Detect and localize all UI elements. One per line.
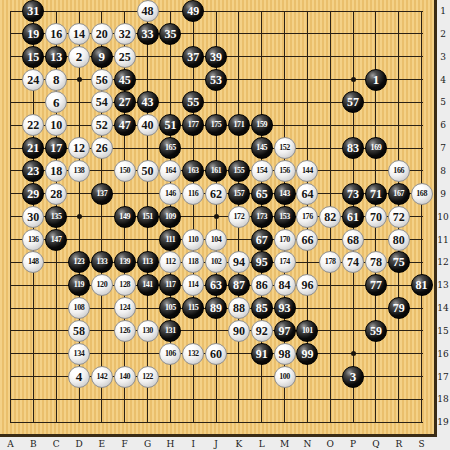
- move-number: 39: [210, 50, 222, 62]
- move-number: 144: [302, 166, 313, 174]
- move-number: 123: [74, 258, 85, 266]
- move-number: 56: [96, 73, 108, 85]
- move-number: 135: [51, 212, 62, 220]
- star-point: [351, 351, 356, 356]
- stone-e3[interactable]: 9: [91, 46, 113, 68]
- move-number: 118: [188, 258, 198, 266]
- move-number: 14: [73, 27, 85, 39]
- stone-j13[interactable]: 63: [205, 274, 227, 296]
- move-number: 170: [279, 235, 290, 243]
- stone-i14[interactable]: 115: [182, 297, 204, 319]
- stone-l15[interactable]: 92: [251, 320, 273, 342]
- stone-e12[interactable]: 133: [91, 251, 113, 273]
- move-number: 157: [233, 189, 244, 197]
- stone-l9[interactable]: 65: [251, 183, 273, 205]
- stone-f2[interactable]: 32: [114, 23, 136, 45]
- move-number: 172: [233, 212, 244, 220]
- stone-m17[interactable]: 100: [274, 366, 296, 388]
- stone-n8[interactable]: 144: [296, 160, 318, 182]
- stone-e6[interactable]: 52: [91, 114, 113, 136]
- move-number: 164: [165, 166, 176, 174]
- move-number: 43: [142, 96, 154, 108]
- move-number: 165: [165, 144, 176, 152]
- stone-i6[interactable]: 177: [182, 114, 204, 136]
- stone-f3[interactable]: 25: [114, 46, 136, 68]
- move-number: 124: [119, 304, 130, 312]
- grid-line-vertical: [421, 11, 422, 423]
- stone-q12[interactable]: 78: [365, 251, 387, 273]
- move-number: 24: [27, 73, 39, 85]
- row-label-11: 11: [437, 234, 449, 245]
- stone-e7[interactable]: 26: [91, 137, 113, 159]
- stone-f4[interactable]: 45: [114, 69, 136, 91]
- move-number: 35: [164, 27, 176, 39]
- move-number: 67: [256, 233, 268, 245]
- move-number: 91: [256, 347, 268, 359]
- stone-g13[interactable]: 141: [137, 274, 159, 296]
- stone-l14[interactable]: 85: [251, 297, 273, 319]
- stone-c9[interactable]: 28: [45, 183, 67, 205]
- move-number: 18: [50, 164, 62, 176]
- move-number: 40: [142, 119, 154, 131]
- stone-n9[interactable]: 64: [296, 183, 318, 205]
- stone-n16[interactable]: 99: [296, 343, 318, 365]
- move-number: 111: [165, 235, 175, 243]
- row-label-16: 16: [437, 348, 449, 359]
- stone-m8[interactable]: 156: [274, 160, 296, 182]
- row-label-12: 12: [437, 257, 449, 268]
- stone-i9[interactable]: 116: [182, 183, 204, 205]
- move-number: 131: [165, 326, 176, 334]
- stone-i11[interactable]: 110: [182, 229, 204, 251]
- move-number: 174: [279, 258, 290, 266]
- stone-b4[interactable]: 24: [22, 69, 44, 91]
- stone-n13[interactable]: 96: [296, 274, 318, 296]
- stone-j14[interactable]: 89: [205, 297, 227, 319]
- move-number: 17: [50, 142, 62, 154]
- move-number: 167: [393, 189, 404, 197]
- stone-i1[interactable]: 49: [182, 0, 204, 22]
- stone-q4[interactable]: 1: [365, 69, 387, 91]
- stone-c7[interactable]: 17: [45, 137, 67, 159]
- move-number: 80: [393, 233, 405, 245]
- move-number: 177: [188, 121, 199, 129]
- stone-b10[interactable]: 30: [22, 206, 44, 228]
- move-number: 49: [187, 5, 199, 17]
- move-number: 47: [119, 119, 131, 131]
- move-number: 132: [188, 349, 199, 357]
- stone-b7[interactable]: 21: [22, 137, 44, 159]
- stone-f15[interactable]: 126: [114, 320, 136, 342]
- move-number: 114: [188, 281, 198, 289]
- stone-j16[interactable]: 60: [205, 343, 227, 365]
- stone-c5[interactable]: 6: [45, 91, 67, 113]
- stone-d15[interactable]: 58: [68, 320, 90, 342]
- go-diagram: 3148491916142032333515132925373924856455…: [0, 0, 450, 450]
- stone-k9[interactable]: 157: [228, 183, 250, 205]
- move-number: 93: [279, 302, 291, 314]
- move-number: 159: [256, 121, 267, 129]
- stone-r12[interactable]: 75: [388, 251, 410, 273]
- row-label-6: 6: [437, 120, 449, 131]
- stone-b12[interactable]: 148: [22, 251, 44, 273]
- move-number: 28: [50, 187, 62, 199]
- move-number: 8: [53, 73, 60, 86]
- stone-k10[interactable]: 172: [228, 206, 250, 228]
- move-number: 136: [28, 235, 39, 243]
- row-label-7: 7: [437, 143, 449, 154]
- stone-j12[interactable]: 102: [205, 251, 227, 273]
- move-number: 57: [347, 96, 359, 108]
- move-number: 20: [96, 27, 108, 39]
- move-number: 21: [27, 142, 39, 154]
- move-number: 54: [96, 96, 108, 108]
- move-number: 100: [279, 372, 290, 380]
- column-label-j: J: [210, 439, 222, 450]
- stone-j11[interactable]: 104: [205, 229, 227, 251]
- stone-c8[interactable]: 18: [45, 160, 67, 182]
- row-label-8: 8: [437, 165, 449, 176]
- stone-h8[interactable]: 164: [159, 160, 181, 182]
- stone-h15[interactable]: 131: [159, 320, 181, 342]
- grid-line-horizontal: [11, 422, 423, 423]
- move-number: 175: [211, 121, 222, 129]
- stone-h6[interactable]: 51: [159, 114, 181, 136]
- move-number: 171: [233, 121, 244, 129]
- stone-q15[interactable]: 59: [365, 320, 387, 342]
- right-coordinate-strip: [437, 0, 450, 450]
- row-label-14: 14: [437, 303, 449, 314]
- stone-i12[interactable]: 118: [182, 251, 204, 273]
- row-label-9: 9: [437, 188, 449, 199]
- stone-l16[interactable]: 91: [251, 343, 273, 365]
- row-label-19: 19: [437, 417, 449, 428]
- stone-k12[interactable]: 94: [228, 251, 250, 273]
- stone-m13[interactable]: 84: [274, 274, 296, 296]
- move-number: 95: [256, 256, 268, 268]
- stone-h11[interactable]: 111: [159, 229, 181, 251]
- move-number: 32: [119, 27, 131, 39]
- stone-m9[interactable]: 143: [274, 183, 296, 205]
- move-number: 81: [416, 279, 428, 291]
- stone-q13[interactable]: 77: [365, 274, 387, 296]
- row-label-2: 2: [437, 28, 449, 39]
- stone-b11[interactable]: 136: [22, 229, 44, 251]
- move-number: 110: [188, 235, 198, 243]
- stone-g5[interactable]: 43: [137, 91, 159, 113]
- move-number: 68: [347, 233, 359, 245]
- star-point: [77, 214, 82, 219]
- stone-c11[interactable]: 147: [45, 229, 67, 251]
- stone-n10[interactable]: 176: [296, 206, 318, 228]
- move-number: 147: [51, 235, 62, 243]
- stone-r11[interactable]: 80: [388, 229, 410, 251]
- stone-k6[interactable]: 171: [228, 114, 250, 136]
- stone-j3[interactable]: 39: [205, 46, 227, 68]
- star-point: [214, 214, 219, 219]
- move-number: 102: [211, 258, 222, 266]
- move-number: 176: [302, 212, 313, 220]
- stone-n15[interactable]: 101: [296, 320, 318, 342]
- move-number: 116: [188, 189, 198, 197]
- stone-h10[interactable]: 109: [159, 206, 181, 228]
- move-number: 119: [74, 281, 84, 289]
- stone-m12[interactable]: 174: [274, 251, 296, 273]
- stone-d12[interactable]: 123: [68, 251, 90, 273]
- stone-l8[interactable]: 154: [251, 160, 273, 182]
- stone-d8[interactable]: 138: [68, 160, 90, 182]
- stone-p9[interactable]: 73: [342, 183, 364, 205]
- stone-e17[interactable]: 142: [91, 366, 113, 388]
- stone-c3[interactable]: 13: [45, 46, 67, 68]
- move-number: 126: [119, 326, 130, 334]
- stone-f12[interactable]: 139: [114, 251, 136, 273]
- stone-o12[interactable]: 178: [319, 251, 341, 273]
- move-number: 82: [324, 210, 336, 222]
- stone-j9[interactable]: 62: [205, 183, 227, 205]
- move-number: 106: [165, 349, 176, 357]
- move-number: 138: [74, 166, 85, 174]
- stone-k8[interactable]: 155: [228, 160, 250, 182]
- grid-line-horizontal: [11, 11, 423, 12]
- go-board[interactable]: 3148491916142032333515132925373924856455…: [0, 0, 437, 437]
- stone-b6[interactable]: 22: [22, 114, 44, 136]
- move-number: 151: [142, 212, 153, 220]
- stone-q10[interactable]: 70: [365, 206, 387, 228]
- move-number: 75: [393, 256, 405, 268]
- stone-j4[interactable]: 53: [205, 69, 227, 91]
- move-number: 72: [393, 210, 405, 222]
- stone-p7[interactable]: 83: [342, 137, 364, 159]
- stone-d14[interactable]: 108: [68, 297, 90, 319]
- move-number: 154: [256, 166, 267, 174]
- stone-b1[interactable]: 31: [22, 0, 44, 22]
- stone-q9[interactable]: 71: [365, 183, 387, 205]
- stone-m7[interactable]: 152: [274, 137, 296, 159]
- stone-f10[interactable]: 149: [114, 206, 136, 228]
- move-number: 150: [119, 166, 130, 174]
- move-number: 79: [393, 302, 405, 314]
- stone-s9[interactable]: 168: [411, 183, 433, 205]
- stone-e13[interactable]: 120: [91, 274, 113, 296]
- stone-r14[interactable]: 79: [388, 297, 410, 319]
- stone-i5[interactable]: 55: [182, 91, 204, 113]
- stone-i3[interactable]: 37: [182, 46, 204, 68]
- stone-l11[interactable]: 67: [251, 229, 273, 251]
- move-number: 23: [27, 164, 39, 176]
- stone-c10[interactable]: 135: [45, 206, 67, 228]
- move-number: 83: [347, 142, 359, 154]
- move-number: 27: [119, 96, 131, 108]
- column-label-c: C: [50, 439, 62, 450]
- stone-l6[interactable]: 159: [251, 114, 273, 136]
- stone-g12[interactable]: 113: [137, 251, 159, 273]
- move-number: 155: [233, 166, 244, 174]
- move-number: 53: [210, 73, 222, 85]
- stone-p11[interactable]: 68: [342, 229, 364, 251]
- move-number: 92: [256, 324, 268, 336]
- stone-c4[interactable]: 8: [45, 69, 67, 91]
- stone-m11[interactable]: 170: [274, 229, 296, 251]
- stone-f17[interactable]: 140: [114, 366, 136, 388]
- stone-e2[interactable]: 20: [91, 23, 113, 45]
- row-label-18: 18: [437, 394, 449, 405]
- move-number: 173: [256, 212, 267, 220]
- move-number: 140: [119, 372, 130, 380]
- stone-p12[interactable]: 74: [342, 251, 364, 273]
- stone-c6[interactable]: 10: [45, 114, 67, 136]
- column-label-q: Q: [370, 439, 382, 450]
- stone-s13[interactable]: 81: [411, 274, 433, 296]
- column-label-p: P: [347, 439, 359, 450]
- stone-f5[interactable]: 27: [114, 91, 136, 113]
- move-number: 153: [279, 212, 290, 220]
- stone-d16[interactable]: 134: [68, 343, 90, 365]
- move-number: 10: [50, 119, 62, 131]
- move-number: 161: [211, 166, 222, 174]
- stone-g2[interactable]: 33: [137, 23, 159, 45]
- stone-o10[interactable]: 82: [319, 206, 341, 228]
- stone-h16[interactable]: 106: [159, 343, 181, 365]
- stone-g15[interactable]: 130: [137, 320, 159, 342]
- stone-j6[interactable]: 175: [205, 114, 227, 136]
- stone-r8[interactable]: 166: [388, 160, 410, 182]
- stone-m14[interactable]: 93: [274, 297, 296, 319]
- stone-d7[interactable]: 12: [68, 137, 90, 159]
- move-number: 104: [211, 235, 222, 243]
- stone-i8[interactable]: 163: [182, 160, 204, 182]
- move-number: 65: [256, 187, 268, 199]
- move-number: 6: [53, 95, 60, 108]
- stone-g17[interactable]: 122: [137, 366, 159, 388]
- move-number: 134: [74, 349, 85, 357]
- stone-e4[interactable]: 56: [91, 69, 113, 91]
- column-label-l: L: [256, 439, 268, 450]
- move-number: 61: [347, 210, 359, 222]
- move-number: 88: [233, 302, 245, 314]
- stone-h14[interactable]: 105: [159, 297, 181, 319]
- stone-r9[interactable]: 167: [388, 183, 410, 205]
- move-number: 25: [119, 50, 131, 62]
- stone-f13[interactable]: 128: [114, 274, 136, 296]
- stone-l13[interactable]: 86: [251, 274, 273, 296]
- stone-i13[interactable]: 114: [182, 274, 204, 296]
- move-number: 3: [350, 370, 357, 383]
- stone-b3[interactable]: 15: [22, 46, 44, 68]
- column-label-g: G: [142, 439, 154, 450]
- stone-p5[interactable]: 57: [342, 91, 364, 113]
- stone-h13[interactable]: 117: [159, 274, 181, 296]
- move-number: 77: [370, 279, 382, 291]
- move-number: 55: [187, 96, 199, 108]
- stone-k14[interactable]: 88: [228, 297, 250, 319]
- move-number: 139: [119, 258, 130, 266]
- move-number: 109: [165, 212, 176, 220]
- row-label-15: 15: [437, 325, 449, 336]
- move-number: 45: [119, 73, 131, 85]
- move-number: 120: [96, 281, 107, 289]
- stone-d13[interactable]: 119: [68, 274, 90, 296]
- stone-h12[interactable]: 112: [159, 251, 181, 273]
- stone-k15[interactable]: 90: [228, 320, 250, 342]
- stone-p17[interactable]: 3: [342, 366, 364, 388]
- column-label-s: S: [416, 439, 428, 450]
- move-number: 64: [301, 187, 313, 199]
- move-number: 168: [416, 189, 427, 197]
- stone-f8[interactable]: 150: [114, 160, 136, 182]
- stone-h7[interactable]: 165: [159, 137, 181, 159]
- stone-j8[interactable]: 161: [205, 160, 227, 182]
- stone-l12[interactable]: 95: [251, 251, 273, 273]
- move-number: 84: [279, 279, 291, 291]
- stone-q7[interactable]: 169: [365, 137, 387, 159]
- column-label-h: H: [164, 439, 176, 450]
- move-number: 62: [210, 187, 222, 199]
- stone-g8[interactable]: 50: [137, 160, 159, 182]
- stone-m16[interactable]: 98: [274, 343, 296, 365]
- stone-k13[interactable]: 87: [228, 274, 250, 296]
- move-number: 58: [73, 324, 85, 336]
- stone-g10[interactable]: 151: [137, 206, 159, 228]
- move-number: 89: [210, 302, 222, 314]
- stone-n11[interactable]: 66: [296, 229, 318, 251]
- stone-d2[interactable]: 14: [68, 23, 90, 45]
- stone-p10[interactable]: 61: [342, 206, 364, 228]
- move-number: 2: [76, 50, 83, 63]
- move-number: 31: [27, 5, 39, 17]
- stone-l10[interactable]: 173: [251, 206, 273, 228]
- move-number: 163: [188, 166, 199, 174]
- row-label-13: 13: [437, 280, 449, 291]
- stone-g6[interactable]: 40: [137, 114, 159, 136]
- stone-i16[interactable]: 132: [182, 343, 204, 365]
- move-number: 51: [164, 119, 176, 131]
- stone-e9[interactable]: 137: [91, 183, 113, 205]
- move-number: 37: [187, 50, 199, 62]
- stone-b9[interactable]: 29: [22, 183, 44, 205]
- row-label-5: 5: [437, 97, 449, 108]
- move-number: 86: [256, 279, 268, 291]
- move-number: 99: [301, 347, 313, 359]
- stone-f14[interactable]: 124: [114, 297, 136, 319]
- stone-f6[interactable]: 47: [114, 114, 136, 136]
- stone-g1[interactable]: 48: [137, 0, 159, 22]
- move-number: 4: [76, 370, 83, 383]
- stone-m10[interactable]: 153: [274, 206, 296, 228]
- column-label-r: R: [393, 439, 405, 450]
- stone-e5[interactable]: 54: [91, 91, 113, 113]
- move-number: 94: [233, 256, 245, 268]
- stone-d17[interactable]: 4: [68, 366, 90, 388]
- stone-h2[interactable]: 35: [159, 23, 181, 45]
- stone-h9[interactable]: 146: [159, 183, 181, 205]
- stone-m15[interactable]: 97: [274, 320, 296, 342]
- stone-b8[interactable]: 23: [22, 160, 44, 182]
- move-number: 152: [279, 144, 290, 152]
- column-label-k: K: [233, 439, 245, 450]
- move-number: 90: [233, 324, 245, 336]
- stone-d3[interactable]: 2: [68, 46, 90, 68]
- move-number: 166: [393, 166, 404, 174]
- move-number: 113: [142, 258, 152, 266]
- column-label-f: F: [119, 439, 131, 450]
- stone-l7[interactable]: 145: [251, 137, 273, 159]
- row-label-4: 4: [437, 74, 449, 85]
- move-number: 33: [142, 27, 154, 39]
- stone-r10[interactable]: 72: [388, 206, 410, 228]
- stone-c2[interactable]: 16: [45, 23, 67, 45]
- stone-b2[interactable]: 19: [22, 23, 44, 45]
